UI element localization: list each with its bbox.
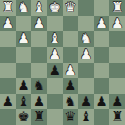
square-c7[interactable]: ♟ <box>78 94 94 110</box>
chess-board: ♜♞♝♚♛♜♟♟♟♟♟♝♞♟♟♟♟♟♞♟♟♝♟♞♟♟♟♚♜♛♝♜ <box>0 0 125 125</box>
square-b1[interactable] <box>94 0 110 16</box>
square-d8[interactable]: ♛ <box>63 109 79 125</box>
square-g5[interactable] <box>16 63 32 79</box>
square-e3[interactable]: ♝ <box>47 31 63 47</box>
square-a1[interactable]: ♜ <box>109 0 125 16</box>
white-rook-icon[interactable]: ♜ <box>111 1 123 15</box>
square-h1[interactable]: ♜ <box>0 0 16 16</box>
square-g8[interactable]: ♚ <box>16 109 32 125</box>
white-knight-icon[interactable]: ♞ <box>80 32 92 46</box>
square-f6[interactable]: ♞ <box>31 78 47 94</box>
square-b8[interactable] <box>94 109 110 125</box>
square-a6[interactable] <box>109 78 125 94</box>
square-b4[interactable] <box>94 47 110 63</box>
black-bishop-icon[interactable]: ♝ <box>17 94 29 108</box>
square-a3[interactable] <box>109 31 125 47</box>
square-h4[interactable] <box>0 47 16 63</box>
square-f3[interactable] <box>31 31 47 47</box>
square-g3[interactable]: ♟ <box>16 31 32 47</box>
square-d1[interactable]: ♛ <box>63 0 79 16</box>
square-g7[interactable]: ♝ <box>16 94 32 110</box>
black-queen-icon[interactable]: ♛ <box>64 110 76 124</box>
white-rook-icon[interactable]: ♜ <box>2 1 14 15</box>
square-b3[interactable] <box>94 31 110 47</box>
square-c1[interactable] <box>78 0 94 16</box>
white-pawn-icon[interactable]: ♟ <box>33 16 45 30</box>
black-knight-icon[interactable]: ♞ <box>64 94 76 108</box>
square-b2[interactable]: ♟ <box>94 16 110 32</box>
white-knight-icon[interactable]: ♞ <box>17 1 29 15</box>
square-a2[interactable]: ♟ <box>109 16 125 32</box>
square-d2[interactable] <box>63 16 79 32</box>
square-c3[interactable]: ♞ <box>78 31 94 47</box>
square-h5[interactable] <box>0 63 16 79</box>
square-f7[interactable]: ♟ <box>31 94 47 110</box>
square-h8[interactable] <box>0 109 16 125</box>
black-pawn-icon[interactable]: ♟ <box>80 94 92 108</box>
white-pawn-icon[interactable]: ♟ <box>80 47 92 61</box>
square-b6[interactable] <box>94 78 110 94</box>
square-d5[interactable]: ♟ <box>63 63 79 79</box>
black-knight-icon[interactable]: ♞ <box>33 79 45 93</box>
square-h7[interactable]: ♟ <box>0 94 16 110</box>
square-f8[interactable]: ♜ <box>31 109 47 125</box>
square-h3[interactable] <box>0 31 16 47</box>
square-b5[interactable] <box>94 63 110 79</box>
black-pawn-icon[interactable]: ♟ <box>64 79 76 93</box>
square-d4[interactable] <box>63 47 79 63</box>
white-pawn-icon[interactable]: ♟ <box>96 16 108 30</box>
square-g4[interactable] <box>16 47 32 63</box>
white-pawn-icon[interactable]: ♟ <box>17 32 29 46</box>
square-a7[interactable]: ♟ <box>109 94 125 110</box>
square-g2[interactable] <box>16 16 32 32</box>
black-pawn-icon[interactable]: ♟ <box>111 94 123 108</box>
white-king-icon[interactable]: ♚ <box>49 1 61 15</box>
square-f2[interactable]: ♟ <box>31 16 47 32</box>
square-a8[interactable]: ♜ <box>109 109 125 125</box>
white-pawn-icon[interactable]: ♟ <box>111 16 123 30</box>
square-c4[interactable]: ♟ <box>78 47 94 63</box>
square-f4[interactable] <box>31 47 47 63</box>
black-king-icon[interactable]: ♚ <box>17 110 29 124</box>
square-e6[interactable] <box>47 78 63 94</box>
square-f5[interactable] <box>31 63 47 79</box>
square-e2[interactable] <box>47 16 63 32</box>
square-f1[interactable]: ♝ <box>31 0 47 16</box>
square-c2[interactable] <box>78 16 94 32</box>
square-c6[interactable] <box>78 78 94 94</box>
black-pawn-icon[interactable]: ♟ <box>33 94 45 108</box>
square-d3[interactable] <box>63 31 79 47</box>
square-d6[interactable]: ♟ <box>63 78 79 94</box>
white-queen-icon[interactable]: ♛ <box>64 1 76 15</box>
square-e1[interactable]: ♚ <box>47 0 63 16</box>
square-a4[interactable] <box>109 47 125 63</box>
black-bishop-icon[interactable]: ♝ <box>80 110 92 124</box>
square-g6[interactable]: ♟ <box>16 78 32 94</box>
square-a5[interactable] <box>109 63 125 79</box>
black-rook-icon[interactable]: ♜ <box>33 110 45 124</box>
black-pawn-icon[interactable]: ♟ <box>2 94 14 108</box>
white-pawn-icon[interactable]: ♟ <box>2 16 14 30</box>
square-h6[interactable] <box>0 78 16 94</box>
white-bishop-icon[interactable]: ♝ <box>49 32 61 46</box>
chess-app-viewport: ♜♞♝♚♛♜♟♟♟♟♟♝♞♟♟♟♟♟♞♟♟♝♟♞♟♟♟♚♜♛♝♜ <box>0 0 125 125</box>
square-c8[interactable]: ♝ <box>78 109 94 125</box>
black-pawn-icon[interactable]: ♟ <box>17 79 29 93</box>
square-c5[interactable] <box>78 63 94 79</box>
square-e7[interactable] <box>47 94 63 110</box>
black-pawn-icon[interactable]: ♟ <box>49 63 61 77</box>
square-b7[interactable]: ♟ <box>94 94 110 110</box>
square-g1[interactable]: ♞ <box>16 0 32 16</box>
square-d7[interactable]: ♞ <box>63 94 79 110</box>
square-e5[interactable]: ♟ <box>47 63 63 79</box>
white-pawn-icon[interactable]: ♟ <box>64 63 76 77</box>
white-bishop-icon[interactable]: ♝ <box>33 1 45 15</box>
square-e4[interactable]: ♟ <box>47 47 63 63</box>
black-rook-icon[interactable]: ♜ <box>111 110 123 124</box>
white-pawn-icon[interactable]: ♟ <box>49 47 61 61</box>
square-h2[interactable]: ♟ <box>0 16 16 32</box>
square-e8[interactable] <box>47 109 63 125</box>
black-pawn-icon[interactable]: ♟ <box>96 94 108 108</box>
